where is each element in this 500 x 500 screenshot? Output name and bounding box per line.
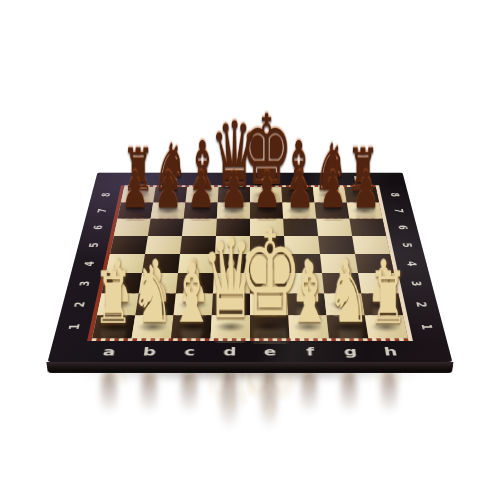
black-pawn: ♟ <box>352 165 379 216</box>
rank-label-right-1: 1 <box>417 324 435 330</box>
square-b1: ♞ <box>132 315 174 338</box>
square-e1: ♚ <box>250 315 289 338</box>
file-label-front-e: e <box>264 345 277 358</box>
square-a6 <box>114 219 151 236</box>
square-a1: ♜ <box>92 315 135 338</box>
square-f1: ♝ <box>288 315 329 338</box>
square-a7: ♟ <box>117 202 153 218</box>
playing-field: ♜♞♝♛♚♝♞♜♟♟♟♟♟♟♟♟♟♟♟♟♟♟♟♟♜♞♝♛♚♝♞♜ <box>92 187 408 338</box>
square-h1: ♜ <box>365 315 408 338</box>
black-pawn: ♟ <box>154 165 181 216</box>
rank-label-left-3: 3 <box>75 281 92 286</box>
white-knight: ♞ <box>327 256 369 334</box>
rank-label-right-2: 2 <box>412 301 429 307</box>
chessboard: ♜♞♝♛♚♝♞♜♟♟♟♟♟♟♟♟♟♟♟♟♟♟♟♟♜♞♝♛♚♝♞♜ abcdefg… <box>48 173 453 362</box>
decorative-trim-border: ♜♞♝♛♚♝♞♜♟♟♟♟♟♟♟♟♟♟♟♟♟♟♟♟♜♞♝♛♚♝♞♜ <box>87 185 413 341</box>
file-label-front-f: f <box>306 345 315 358</box>
scene: ♜♞♝♛♚♝♞♜♟♟♟♟♟♟♟♟♟♟♟♟♟♟♟♟♜♞♝♛♚♝♞♜ abcdefg… <box>0 0 500 500</box>
file-label-front-c: c <box>184 345 196 358</box>
white-knight: ♞ <box>131 256 173 334</box>
square-g6 <box>316 219 352 236</box>
white-bishop: ♝ <box>287 251 332 334</box>
rank-label-left-2: 2 <box>70 301 87 307</box>
file-label-front-b: b <box>142 345 157 358</box>
rank-label-left-8: 8 <box>98 193 113 197</box>
white-rook: ♜ <box>93 262 132 334</box>
square-g1: ♞ <box>326 315 368 338</box>
black-pawn: ♟ <box>121 165 148 216</box>
square-g7: ♟ <box>315 202 350 218</box>
rank-label-right-6: 6 <box>395 225 410 229</box>
rank-label-left-7: 7 <box>94 208 109 212</box>
square-b6 <box>148 219 184 236</box>
file-label-front-a: a <box>102 345 117 358</box>
square-h6 <box>349 219 386 236</box>
rank-label-right-8: 8 <box>387 193 402 197</box>
board-front-edge <box>46 362 453 373</box>
rank-label-left-5: 5 <box>85 242 101 247</box>
file-label-front-g: g <box>343 345 358 358</box>
square-h7: ♟ <box>347 202 383 218</box>
black-pawn: ♟ <box>319 165 346 216</box>
rank-label-right-3: 3 <box>408 281 425 286</box>
white-rook: ♜ <box>368 262 407 334</box>
black-pawn: ♟ <box>187 165 214 216</box>
file-label-front-h: h <box>383 345 399 358</box>
rank-label-right-7: 7 <box>391 208 406 212</box>
rank-label-left-1: 1 <box>64 324 82 330</box>
file-label-front-d: d <box>223 345 236 358</box>
rank-label-right-5: 5 <box>399 242 415 247</box>
square-b7: ♟ <box>151 202 186 218</box>
chess-set-photo: ♜♞♝♛♚♝♞♜♟♟♟♟♟♟♟♟♟♟♟♟♟♟♟♟♜♞♝♛♚♝♞♜ abcdefg… <box>0 0 500 500</box>
rank-label-left-6: 6 <box>90 225 105 229</box>
